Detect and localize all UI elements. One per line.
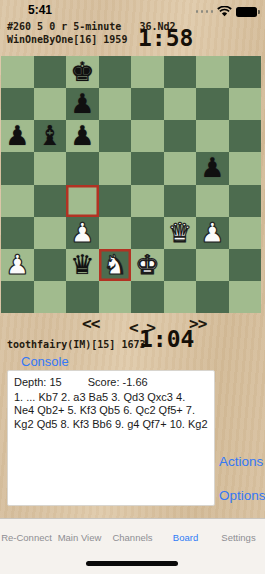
square-c6[interactable]: ♟ bbox=[66, 120, 99, 152]
go-first-move-button[interactable]: << bbox=[82, 314, 99, 333]
square-c4[interactable] bbox=[66, 185, 99, 217]
square-d6[interactable] bbox=[99, 120, 132, 152]
square-c1[interactable] bbox=[66, 281, 99, 313]
square-c8[interactable]: ♚ bbox=[66, 56, 99, 88]
square-b2[interactable] bbox=[34, 249, 67, 281]
opponent-name-rating: WinOneByOne[16] 1959 bbox=[7, 34, 127, 45]
square-b4[interactable] bbox=[34, 185, 67, 217]
square-a5[interactable] bbox=[1, 152, 34, 184]
square-b8[interactable] bbox=[34, 56, 67, 88]
square-d7[interactable] bbox=[99, 88, 132, 120]
square-a8[interactable] bbox=[1, 56, 34, 88]
square-a6[interactable]: ♟ bbox=[1, 120, 34, 152]
square-h1[interactable] bbox=[229, 281, 262, 313]
square-h2[interactable] bbox=[229, 249, 262, 281]
white-knight-piece: ♞ bbox=[103, 249, 127, 281]
square-f1[interactable] bbox=[164, 281, 197, 313]
console-button[interactable]: Console bbox=[21, 354, 69, 369]
square-e2[interactable]: ♚ bbox=[131, 249, 164, 281]
tab-board[interactable]: Board bbox=[159, 519, 212, 543]
square-h7[interactable] bbox=[229, 88, 262, 120]
square-e6[interactable] bbox=[131, 120, 164, 152]
square-h4[interactable] bbox=[229, 185, 262, 217]
black-pawn-piece: ♟ bbox=[70, 120, 94, 152]
white-king-piece: ♚ bbox=[135, 249, 159, 281]
white-queen-piece: ♛ bbox=[168, 217, 192, 249]
square-d1[interactable] bbox=[99, 281, 132, 313]
square-c5[interactable] bbox=[66, 152, 99, 184]
black-pawn-piece: ♟ bbox=[5, 120, 29, 152]
square-f2[interactable] bbox=[164, 249, 197, 281]
square-b6[interactable]: ♝ bbox=[34, 120, 67, 152]
actions-button[interactable]: Actions bbox=[219, 454, 263, 469]
tab-main-view[interactable]: Main View bbox=[53, 519, 106, 543]
square-e3[interactable] bbox=[131, 217, 164, 249]
square-d2[interactable]: ♞ bbox=[99, 249, 132, 281]
square-a4[interactable] bbox=[1, 185, 34, 217]
square-f3[interactable]: ♛ bbox=[164, 217, 197, 249]
player-clock: 1:04 bbox=[139, 326, 194, 352]
analysis-score: Score: -1.66 bbox=[88, 376, 148, 390]
white-pawn-piece: ♟ bbox=[5, 249, 29, 281]
options-button[interactable]: Options bbox=[219, 488, 265, 503]
white-pawn-piece: ♟ bbox=[70, 217, 94, 249]
square-f7[interactable] bbox=[164, 88, 197, 120]
square-a1[interactable] bbox=[1, 281, 34, 313]
tab-channels[interactable]: Channels bbox=[106, 519, 159, 543]
square-g7[interactable] bbox=[196, 88, 229, 120]
square-a7[interactable] bbox=[1, 88, 34, 120]
analysis-depth: Depth: 15 bbox=[14, 376, 62, 390]
square-b1[interactable] bbox=[34, 281, 67, 313]
square-c2[interactable]: ♛ bbox=[66, 249, 99, 281]
wifi-icon bbox=[217, 6, 232, 17]
square-g5[interactable]: ♟ bbox=[196, 152, 229, 184]
square-g2[interactable] bbox=[196, 249, 229, 281]
cellular-signal-icon bbox=[196, 10, 214, 13]
analysis-panel[interactable]: Depth: 15 Score: -1.66 1. ... Kb7 2. a3 … bbox=[7, 370, 215, 506]
square-h8[interactable] bbox=[229, 56, 262, 88]
home-indicator[interactable] bbox=[86, 561, 178, 566]
square-f6[interactable] bbox=[164, 120, 197, 152]
black-pawn-piece: ♟ bbox=[200, 152, 224, 184]
tab-re-connect[interactable]: Re-Connect bbox=[0, 519, 53, 543]
black-king-piece: ♚ bbox=[70, 56, 94, 88]
tab-settings[interactable]: Settings bbox=[212, 519, 265, 543]
square-e5[interactable] bbox=[131, 152, 164, 184]
square-d5[interactable] bbox=[99, 152, 132, 184]
status-bar: 5:41 bbox=[0, 0, 265, 20]
analysis-moves: 1. ... Kb7 2. a3 Ba5 3. Qd3 Qxc3 4. Ne4 … bbox=[14, 391, 208, 432]
square-c7[interactable]: ♟ bbox=[66, 88, 99, 120]
player-name-rating: toothfairy(IM)[15] 1673 bbox=[7, 339, 145, 350]
square-e4[interactable] bbox=[131, 185, 164, 217]
square-a2[interactable]: ♟ bbox=[1, 249, 34, 281]
square-f5[interactable] bbox=[164, 152, 197, 184]
square-b3[interactable] bbox=[34, 217, 67, 249]
square-d4[interactable] bbox=[99, 185, 132, 217]
white-pawn-piece: ♟ bbox=[200, 217, 224, 249]
square-h5[interactable] bbox=[229, 152, 262, 184]
opponent-clock: 1:58 bbox=[138, 25, 193, 51]
square-g8[interactable] bbox=[196, 56, 229, 88]
square-f4[interactable] bbox=[164, 185, 197, 217]
square-b7[interactable] bbox=[34, 88, 67, 120]
square-h3[interactable] bbox=[229, 217, 262, 249]
square-f8[interactable] bbox=[164, 56, 197, 88]
square-h6[interactable] bbox=[229, 120, 262, 152]
battery-icon bbox=[236, 7, 257, 17]
square-g4[interactable] bbox=[196, 185, 229, 217]
square-e1[interactable] bbox=[131, 281, 164, 313]
square-g6[interactable] bbox=[196, 120, 229, 152]
square-g1[interactable] bbox=[196, 281, 229, 313]
square-a3[interactable] bbox=[1, 217, 34, 249]
square-c3[interactable]: ♟ bbox=[66, 217, 99, 249]
clock-time: 5:41 bbox=[28, 3, 52, 17]
black-pawn-piece: ♟ bbox=[70, 88, 94, 120]
square-d3[interactable] bbox=[99, 217, 132, 249]
black-queen-piece: ♛ bbox=[70, 249, 94, 281]
chess-app-screen: 5:41 #260 5 0 r 5-minute 36.Nd2 WinOneBy… bbox=[0, 0, 265, 574]
game-info: #260 5 0 r 5-minute bbox=[7, 21, 121, 32]
square-g3[interactable]: ♟ bbox=[196, 217, 229, 249]
square-b5[interactable] bbox=[34, 152, 67, 184]
square-e8[interactable] bbox=[131, 56, 164, 88]
black-bishop-piece: ♝ bbox=[38, 120, 62, 152]
square-d8[interactable] bbox=[99, 56, 132, 88]
chess-board[interactable]: ♚♟♟♝♟♟♟♛♟♟♛♞♚ bbox=[1, 56, 261, 313]
square-e7[interactable] bbox=[131, 88, 164, 120]
